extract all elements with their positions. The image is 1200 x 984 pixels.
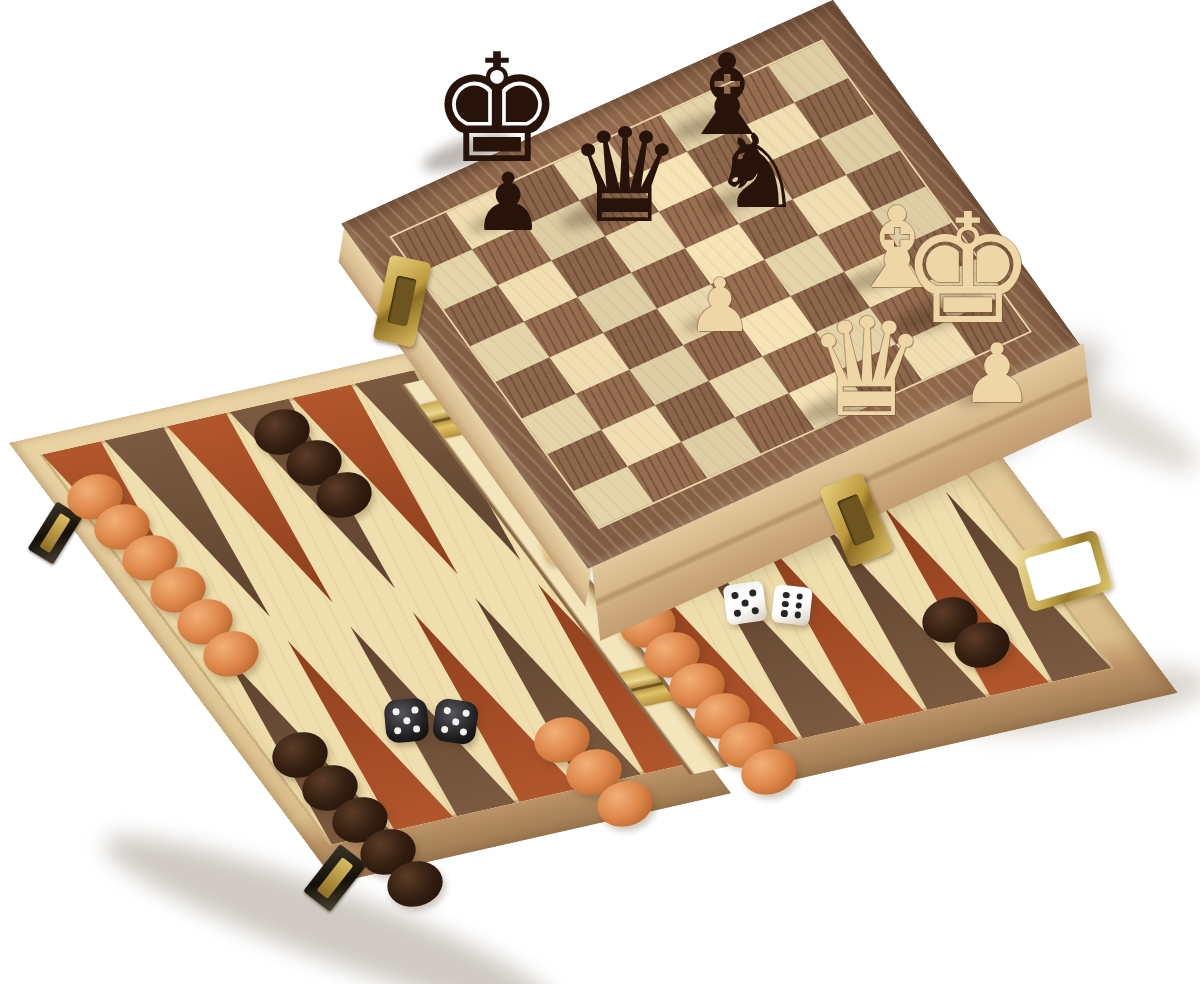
- black-queen: ♛: [567, 111, 684, 241]
- black-knight: ♞: [711, 121, 802, 223]
- chess-pieces: ♚♟♛♝♞♟♝♚♛♟: [0, 0, 1200, 984]
- white-queen: ♛: [806, 300, 928, 436]
- product-photo: ♚♟♛♝♞♟♝♚♛♟: [0, 0, 1200, 984]
- white-pawn-b: ♟: [960, 333, 1034, 415]
- black-pawn: ♟: [472, 163, 544, 243]
- white-pawn-a: ♟: [687, 268, 753, 342]
